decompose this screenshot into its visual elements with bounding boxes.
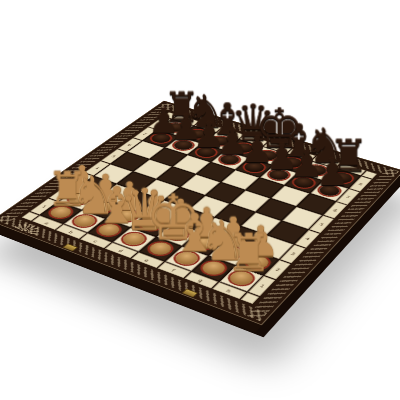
black-pawn-g7: ♟ [290,146,318,183]
photo-background: abcdefgh8♜♞♝♛♚♝♞♜87♟♟♟♟♟♟♟♟7665544332♟♟♟… [0,0,400,400]
board-frame: abcdefgh8♜♞♝♛♚♝♞♜87♟♟♟♟♟♟♟♟7665544332♟♟♟… [0,101,400,326]
board-grid: abcdefgh8♜♞♝♛♚♝♞♜87♟♟♟♟♟♟♟♟7665544332♟♟♟… [21,112,377,304]
black-pawn-d7: ♟ [217,124,244,160]
white-rook-h1: ♜ [226,227,258,279]
black-pawn-h7: ♟ [315,153,343,191]
black-pawn-f7: ♟ [265,138,292,175]
chess-board: abcdefgh8♜♞♝♛♚♝♞♜87♟♟♟♟♟♟♟♟7665544332♟♟♟… [0,101,400,326]
black-pawn-e7: ♟ [240,131,267,167]
white-knight-g1: ♞ [198,213,229,268]
chess-set-photo: abcdefgh8♜♞♝♛♚♝♞♜87♟♟♟♟♟♟♟♟7665544332♟♟♟… [55,45,355,345]
